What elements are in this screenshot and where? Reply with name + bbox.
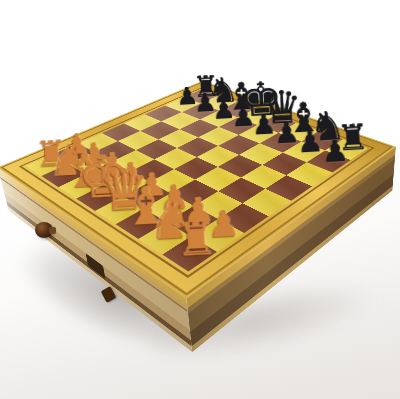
piece-white-rook-a1[interactable]: ♜ <box>155 219 238 260</box>
drawer-notch <box>86 253 106 279</box>
piece-black-pawn-a7[interactable]: ♟ <box>302 138 368 166</box>
photo-canvas: ♜♟♟♜♞♟♟♞♝♟♟♝♚♟♟♚♛♟♟♛♝♟♟♝♞♟♟♞♜♟♟♜ <box>0 0 400 399</box>
square-a1[interactable]: ♜ <box>162 236 217 271</box>
chess-box: ♜♟♟♜♞♟♟♞♝♟♟♝♚♟♟♚♛♟♟♛♝♟♟♝♞♟♟♞♜♟♟♜ <box>0 81 396 299</box>
drawer-knob <box>35 222 53 238</box>
scene: ♜♟♟♜♞♟♟♞♝♟♟♝♚♟♟♚♛♟♟♛♝♟♟♝♞♟♟♞♜♟♟♜ <box>0 0 400 399</box>
